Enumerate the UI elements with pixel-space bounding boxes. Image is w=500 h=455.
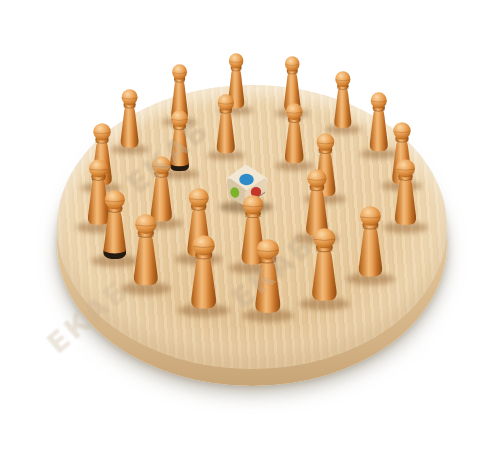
pawn[interactable] <box>303 228 346 305</box>
pawn[interactable] <box>350 206 391 280</box>
pawn[interactable] <box>246 239 290 317</box>
pawn[interactable] <box>278 103 310 167</box>
pawn[interactable] <box>328 71 358 131</box>
pawn[interactable] <box>125 214 167 289</box>
pawn[interactable] <box>210 94 242 157</box>
photo-stage: ЕКАБ ЕКАБ ЕКАБ <box>0 0 500 455</box>
pawn[interactable] <box>387 159 424 228</box>
pieces-layer <box>0 0 500 455</box>
pawn[interactable] <box>114 89 145 151</box>
pawn[interactable] <box>182 235 225 312</box>
